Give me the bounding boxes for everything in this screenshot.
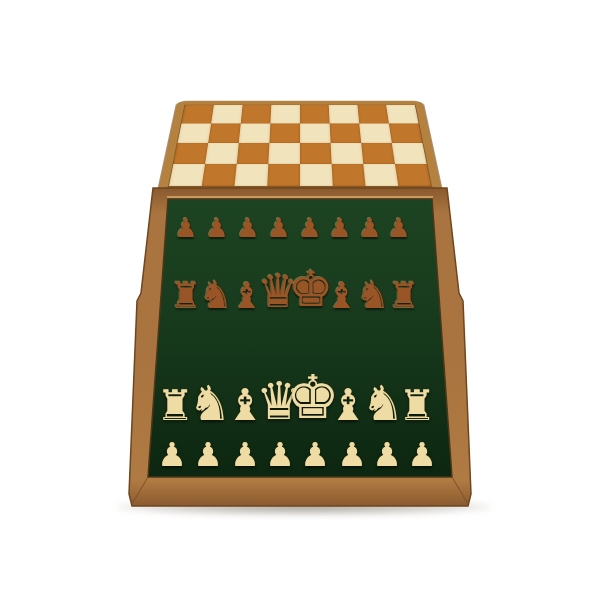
dark-rook[interactable]: ♜ [170, 278, 202, 314]
dark-pawn[interactable]: ♟ [174, 215, 197, 241]
chess-box-scene: ♟♟♟♟♟♟♟♟♜♞♝♛♚♝♞♜♜♞♝♛♚♝♞♜♟♟♟♟♟♟♟♟ [0, 0, 600, 600]
light-pawn[interactable]: ♟ [230, 438, 260, 471]
dark-pawn[interactable]: ♟ [358, 215, 381, 241]
light-pawn[interactable]: ♟ [372, 438, 402, 471]
light-pawn[interactable]: ♟ [193, 438, 223, 471]
dark-pawn[interactable]: ♟ [328, 215, 351, 241]
light-rook[interactable]: ♜ [398, 385, 436, 427]
dark-pawn[interactable]: ♟ [387, 215, 410, 241]
dark-knight[interactable]: ♞ [199, 276, 233, 314]
dark-pawn[interactable]: ♟ [298, 215, 321, 241]
light-pawn[interactable]: ♟ [337, 438, 367, 471]
light-pawn[interactable]: ♟ [157, 438, 187, 471]
dark-pawn[interactable]: ♟ [267, 215, 290, 241]
dark-rook[interactable]: ♜ [388, 278, 420, 314]
light-pawn[interactable]: ♟ [265, 438, 295, 471]
dark-knight[interactable]: ♞ [356, 276, 390, 314]
dark-bishop[interactable]: ♝ [326, 278, 358, 314]
dark-pawn[interactable]: ♟ [236, 215, 259, 241]
light-pawn[interactable]: ♟ [300, 438, 330, 471]
light-pawn[interactable]: ♟ [407, 438, 437, 471]
dark-pawn[interactable]: ♟ [205, 215, 228, 241]
